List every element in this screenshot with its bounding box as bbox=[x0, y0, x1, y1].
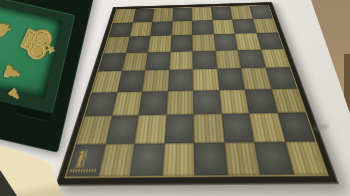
square-f6[interactable] bbox=[213, 34, 237, 51]
square-d2[interactable] bbox=[164, 114, 194, 142]
square-e6[interactable] bbox=[192, 34, 215, 51]
square-d4[interactable] bbox=[167, 69, 193, 90]
square-h6[interactable] bbox=[256, 33, 283, 50]
square-e8[interactable] bbox=[192, 7, 212, 20]
square-f8[interactable] bbox=[211, 6, 232, 19]
square-c8[interactable] bbox=[152, 8, 173, 21]
square-b4[interactable] bbox=[117, 70, 145, 91]
scene: ♚ ♞ ♟ ♟ bbox=[0, 0, 350, 196]
square-h8[interactable] bbox=[249, 5, 273, 18]
square-c1[interactable] bbox=[130, 143, 164, 176]
boxed-knight-piece[interactable]: ♞ bbox=[0, 17, 16, 43]
square-e2[interactable] bbox=[193, 114, 223, 143]
square-e7[interactable] bbox=[192, 20, 213, 35]
square-c4[interactable] bbox=[142, 70, 169, 91]
square-d6[interactable] bbox=[170, 35, 192, 52]
square-b5[interactable] bbox=[121, 52, 147, 71]
square-b8[interactable] bbox=[132, 9, 154, 22]
square-f4[interactable] bbox=[217, 68, 245, 89]
square-e4[interactable] bbox=[193, 69, 219, 90]
square-d3[interactable] bbox=[166, 90, 194, 115]
maker-mark-caption bbox=[70, 170, 95, 173]
floor-shadow-strip bbox=[344, 54, 350, 112]
square-e1[interactable] bbox=[194, 142, 227, 176]
board-rim bbox=[55, 2, 339, 186]
square-d5[interactable] bbox=[169, 51, 193, 70]
chessboard bbox=[55, 2, 339, 186]
square-e3[interactable] bbox=[193, 90, 221, 115]
square-f7[interactable] bbox=[212, 19, 235, 34]
knight-figure-icon bbox=[74, 149, 90, 168]
square-b2[interactable] bbox=[105, 115, 138, 143]
square-b7[interactable] bbox=[129, 22, 152, 37]
square-h7[interactable] bbox=[252, 18, 277, 33]
square-f5[interactable] bbox=[215, 50, 241, 69]
square-c6[interactable] bbox=[148, 35, 171, 52]
square-d1[interactable] bbox=[162, 142, 194, 175]
square-c5[interactable] bbox=[145, 52, 170, 71]
square-h4[interactable] bbox=[265, 67, 297, 89]
square-b6[interactable] bbox=[126, 36, 150, 53]
square-d8[interactable] bbox=[172, 8, 192, 21]
square-c3[interactable] bbox=[138, 91, 167, 116]
square-h2[interactable] bbox=[277, 112, 315, 141]
square-b1[interactable] bbox=[98, 143, 135, 176]
board-squares bbox=[64, 5, 329, 178]
square-d7[interactable] bbox=[171, 20, 192, 35]
square-h5[interactable] bbox=[260, 49, 289, 68]
square-e5[interactable] bbox=[192, 50, 216, 69]
square-c2[interactable] bbox=[134, 115, 165, 143]
square-h3[interactable] bbox=[271, 88, 306, 113]
square-c7[interactable] bbox=[150, 21, 172, 36]
square-b3[interactable] bbox=[111, 91, 142, 115]
